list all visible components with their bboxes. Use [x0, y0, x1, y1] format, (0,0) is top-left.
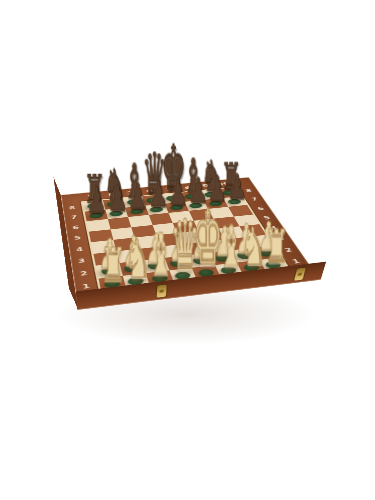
chess-board: ABCDEFGH 87654321 87654321 ABCDEFGH ♜♞♝♛… [61, 177, 320, 309]
file-label: A [88, 194, 95, 199]
file-label: E [165, 187, 172, 191]
rank-label: 6 [72, 225, 79, 230]
rank-label: 6 [256, 206, 265, 211]
product-photo: ABCDEFGH 87654321 87654321 ABCDEFGH ♜♞♝♛… [0, 0, 375, 500]
file-label: D [145, 188, 153, 193]
piece-black-pawn-a7[interactable]: ♟ [85, 209, 108, 221]
rank-label: 7 [71, 215, 78, 220]
white-rook-icon: ♜ [83, 241, 144, 288]
brass-clasp [294, 268, 306, 281]
file-label: B [107, 192, 114, 197]
rank-label: 8 [69, 205, 76, 210]
scene: ABCDEFGH 87654321 87654321 ABCDEFGH ♜♞♝♛… [0, 0, 375, 500]
brass-clasp [156, 284, 166, 297]
black-pawn-icon: ♟ [71, 183, 123, 219]
